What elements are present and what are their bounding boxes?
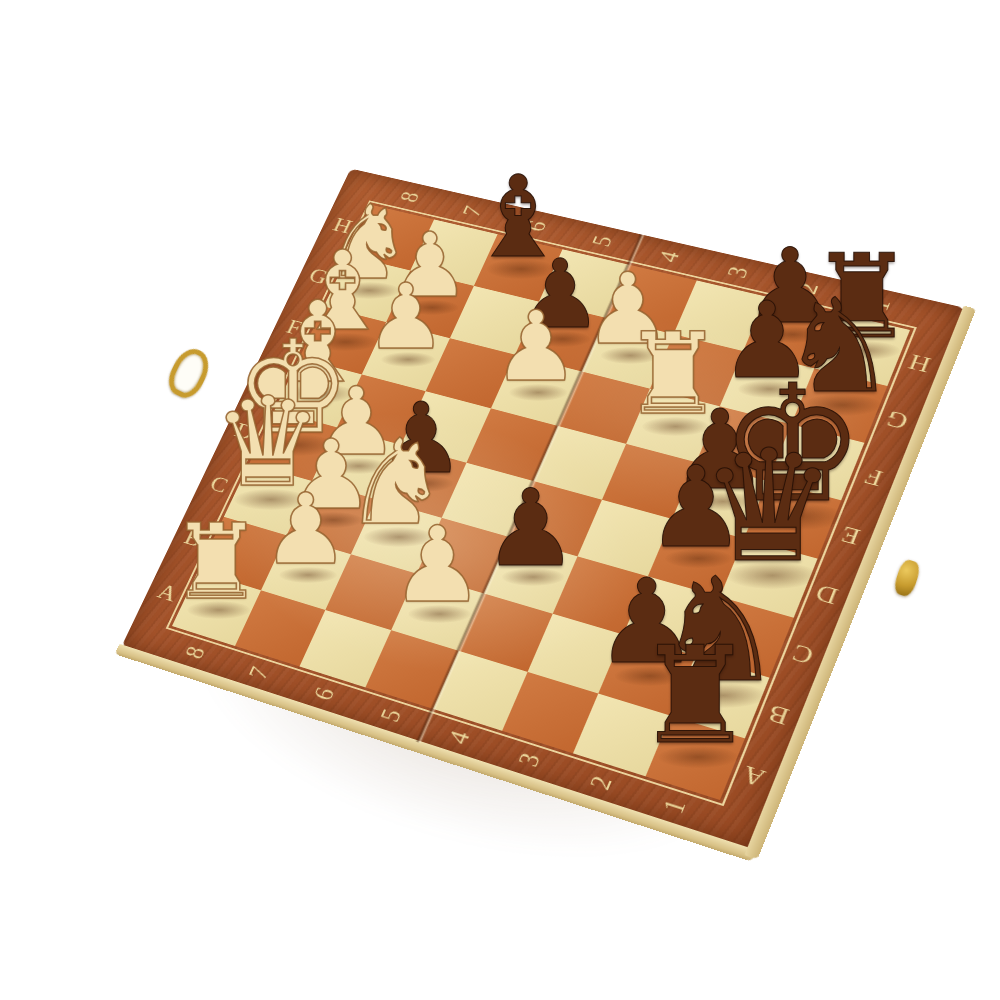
pawn-glyph-icon: ♟: [262, 481, 350, 579]
pawn-glyph-icon: ♟: [493, 299, 580, 396]
brass-clasp-icon: [163, 343, 215, 403]
pawn-glyph-icon: ♟: [483, 475, 578, 581]
product-photo-scene: HH88GG77FF66EE55DD44CC33BB22AA11 ♜♛♚♝♝♞♟…: [0, 0, 1000, 1000]
pawn-glyph-icon: ♟: [365, 272, 446, 363]
brass-hinge-icon: [892, 558, 922, 598]
rook-glyph-icon: ♜: [170, 510, 263, 614]
rook-glyph-icon: ♜: [635, 630, 755, 764]
pawn-glyph-icon: ♟: [390, 513, 484, 618]
